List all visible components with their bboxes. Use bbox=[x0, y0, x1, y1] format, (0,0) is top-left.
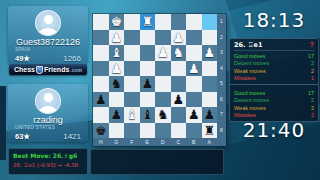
player-name: Guest38722126 bbox=[8, 37, 88, 47]
square-h4[interactable] bbox=[93, 61, 109, 77]
square-f5[interactable] bbox=[124, 76, 140, 92]
square-d7[interactable]: ♞ bbox=[155, 107, 171, 123]
square-h2[interactable] bbox=[93, 30, 109, 46]
square-a4[interactable] bbox=[202, 61, 218, 77]
stat-row-good: Good moves17 bbox=[234, 53, 314, 59]
player-stars: 49★ bbox=[15, 54, 30, 63]
square-a2[interactable] bbox=[202, 30, 218, 46]
square-e5[interactable]: ♟ bbox=[140, 76, 156, 92]
current-move-label: 26. ♖e1 bbox=[234, 41, 263, 49]
square-d1[interactable] bbox=[155, 14, 171, 30]
square-f7[interactable]: ♝ bbox=[124, 107, 140, 123]
square-a7[interactable]: ♟ bbox=[202, 107, 218, 123]
square-c6[interactable]: ♟ bbox=[171, 92, 187, 108]
square-d6[interactable] bbox=[155, 92, 171, 108]
played-move-eval-text: 26. ♖e1 (-0.93) → -4.38 bbox=[13, 162, 83, 169]
square-a5[interactable] bbox=[202, 76, 218, 92]
square-e6[interactable] bbox=[140, 92, 156, 108]
square-c7[interactable] bbox=[171, 107, 187, 123]
background-edge bbox=[0, 86, 6, 160]
avatar-silhouette bbox=[39, 28, 57, 36]
black-rook: ♜ bbox=[202, 123, 218, 139]
player-country: UNITED STATES bbox=[15, 125, 88, 131]
avatar bbox=[35, 88, 61, 114]
square-h1[interactable] bbox=[93, 14, 109, 30]
rank-labels: 12345678 bbox=[217, 14, 226, 138]
avatar bbox=[35, 10, 61, 36]
chess-board: ♚♜♟♟♝♟♞♟♟♟♞♟♟♟♟♝♝♞♟♟♚♜ 12345678 HGFEDCBA bbox=[93, 14, 226, 146]
white-pawn: ♟ bbox=[186, 61, 202, 77]
square-e3[interactable] bbox=[140, 45, 156, 61]
white-pawn: ♟ bbox=[171, 30, 187, 46]
square-c1[interactable] bbox=[171, 14, 187, 30]
game-analysis-screen: Guest38722126 SPAIN 49★ 1266 Chess ♘ Fri… bbox=[0, 0, 320, 180]
square-a1[interactable] bbox=[202, 14, 218, 30]
square-g8[interactable] bbox=[109, 123, 125, 139]
black-king: ♚ bbox=[93, 123, 109, 139]
square-a6[interactable] bbox=[202, 92, 218, 108]
square-f4[interactable] bbox=[124, 61, 140, 77]
square-b1[interactable] bbox=[186, 14, 202, 30]
rank-label-2: 2 bbox=[217, 30, 226, 46]
file-label-d: D bbox=[155, 138, 171, 146]
square-c2[interactable]: ♟ bbox=[171, 30, 187, 46]
stat-row-decent: Decent moves2 bbox=[234, 60, 314, 66]
clock-bottom: 21:40 bbox=[230, 118, 318, 142]
avatar-silhouette bbox=[44, 15, 53, 24]
stat-row-mistake: Mistakes1 bbox=[234, 75, 314, 81]
move-stats-bottom: Good moves17Decent moves2Weak moves2Mist… bbox=[229, 84, 319, 122]
file-label-c: C bbox=[171, 138, 187, 146]
file-label-b: B bbox=[186, 138, 202, 146]
black-pawn: ♟ bbox=[93, 92, 109, 108]
stat-row-weak: Weak moves2 bbox=[234, 68, 314, 74]
player-card-top: Guest38722126 SPAIN 49★ 1266 bbox=[8, 6, 88, 64]
black-bishop: ♝ bbox=[140, 107, 156, 123]
square-d5[interactable] bbox=[155, 76, 171, 92]
rank-label-6: 6 bbox=[217, 92, 226, 108]
square-g1[interactable]: ♚ bbox=[109, 14, 125, 30]
square-c3[interactable]: ♞ bbox=[171, 45, 187, 61]
white-rook: ♜ bbox=[140, 14, 156, 30]
white-bishop: ♝ bbox=[109, 45, 125, 61]
stat-row-decent: Decent moves2 bbox=[234, 97, 314, 103]
square-f6[interactable] bbox=[124, 92, 140, 108]
black-pawn: ♟ bbox=[140, 76, 156, 92]
file-label-a: A bbox=[202, 138, 218, 146]
rank-label-7: 7 bbox=[217, 107, 226, 123]
square-a8[interactable]: ♜ bbox=[202, 123, 218, 139]
player-rating: 1421 bbox=[63, 132, 81, 141]
square-e7[interactable]: ♝ bbox=[140, 107, 156, 123]
white-bishop: ♝ bbox=[124, 107, 140, 123]
rank-label-4: 4 bbox=[217, 61, 226, 77]
square-b6[interactable] bbox=[186, 92, 202, 108]
avatar-silhouette bbox=[39, 106, 57, 114]
file-label-f: F bbox=[124, 138, 140, 146]
black-knight: ♞ bbox=[155, 107, 171, 123]
square-f3[interactable] bbox=[124, 45, 140, 61]
square-h3[interactable] bbox=[93, 45, 109, 61]
mistake-mark: ? bbox=[310, 41, 314, 48]
player-card-bottom: rzading UNITED STATES 63★ 1421 bbox=[8, 84, 88, 142]
best-move-text: Best Move: 26.♗g6 bbox=[13, 152, 83, 159]
square-d3[interactable]: ♟ bbox=[155, 45, 171, 61]
clock-top: 18:13 bbox=[230, 8, 318, 32]
black-pawn: ♟ bbox=[109, 107, 125, 123]
rank-label-8: 8 bbox=[217, 123, 226, 139]
square-e4[interactable] bbox=[140, 61, 156, 77]
file-label-g: G bbox=[109, 138, 125, 146]
square-g5[interactable]: ♞ bbox=[109, 76, 125, 92]
square-b5[interactable] bbox=[186, 76, 202, 92]
file-labels: HGFEDCBA bbox=[93, 138, 217, 146]
square-e1[interactable]: ♜ bbox=[140, 14, 156, 30]
rank-label-1: 1 bbox=[217, 14, 226, 30]
player-stars: 63★ bbox=[15, 132, 30, 141]
square-b8[interactable] bbox=[186, 123, 202, 139]
square-f2[interactable] bbox=[124, 30, 140, 46]
player-rating: 1266 bbox=[63, 54, 81, 63]
stat-row-good: Good moves17 bbox=[234, 90, 314, 96]
black-knight: ♞ bbox=[109, 76, 125, 92]
square-g2[interactable]: ♟ bbox=[109, 30, 125, 46]
square-e2[interactable] bbox=[140, 30, 156, 46]
square-c5[interactable] bbox=[171, 76, 187, 92]
square-b4[interactable]: ♟ bbox=[186, 61, 202, 77]
square-b2[interactable] bbox=[186, 30, 202, 46]
rank-label-5: 5 bbox=[217, 76, 226, 92]
square-h8[interactable]: ♚ bbox=[93, 123, 109, 139]
square-g4[interactable]: ♟ bbox=[109, 61, 125, 77]
player-country: SPAIN bbox=[15, 47, 88, 53]
square-a3[interactable]: ♟ bbox=[202, 45, 218, 61]
white-king: ♚ bbox=[109, 14, 125, 30]
white-pawn: ♟ bbox=[155, 45, 171, 61]
square-b3[interactable] bbox=[186, 45, 202, 61]
square-c4[interactable] bbox=[171, 61, 187, 77]
logo-text-dotcom: .com bbox=[70, 67, 82, 73]
square-h5[interactable] bbox=[93, 76, 109, 92]
square-d8[interactable] bbox=[155, 123, 171, 139]
square-g7[interactable]: ♟ bbox=[109, 107, 125, 123]
site-logo: Chess ♘ Friends .com bbox=[9, 64, 87, 75]
avatar-silhouette bbox=[44, 93, 53, 102]
board-squares: ♚♜♟♟♝♟♞♟♟♟♞♟♟♟♟♝♝♞♟♟♚♜ bbox=[93, 14, 217, 138]
square-h7[interactable] bbox=[93, 107, 109, 123]
black-pawn: ♟ bbox=[202, 107, 218, 123]
square-f1[interactable] bbox=[124, 14, 140, 30]
move-stats-top: 26. ♖e1 ? Good moves17Decent moves2Weak … bbox=[229, 38, 319, 85]
best-move-box: Best Move: 26.♗g6 26. ♖e1 (-0.93) → -4.3… bbox=[8, 148, 88, 175]
square-g6[interactable] bbox=[109, 92, 125, 108]
square-d2[interactable] bbox=[155, 30, 171, 46]
square-h6[interactable]: ♟ bbox=[93, 92, 109, 108]
square-g3[interactable]: ♝ bbox=[109, 45, 125, 61]
white-pawn: ♟ bbox=[109, 30, 125, 46]
knight-shield-icon: ♘ bbox=[36, 66, 43, 74]
square-d4[interactable] bbox=[155, 61, 171, 77]
square-f8[interactable] bbox=[124, 123, 140, 139]
rank-label-3: 3 bbox=[217, 45, 226, 61]
black-pawn: ♟ bbox=[171, 92, 187, 108]
white-pawn: ♟ bbox=[109, 61, 125, 77]
move-list-panel bbox=[90, 149, 224, 175]
white-knight: ♞ bbox=[171, 45, 187, 61]
square-e8[interactable] bbox=[140, 123, 156, 139]
black-pawn: ♟ bbox=[186, 107, 202, 123]
player-name: rzading bbox=[8, 115, 88, 125]
square-c8[interactable] bbox=[171, 123, 187, 139]
logo-text-friends: Friends bbox=[44, 66, 69, 73]
square-b7[interactable]: ♟ bbox=[186, 107, 202, 123]
white-pawn: ♟ bbox=[202, 45, 218, 61]
file-label-h: H bbox=[93, 138, 109, 146]
stat-row-weak: Weak moves2 bbox=[234, 105, 314, 111]
file-label-e: E bbox=[140, 138, 156, 146]
logo-text-chess: Chess bbox=[14, 66, 35, 73]
